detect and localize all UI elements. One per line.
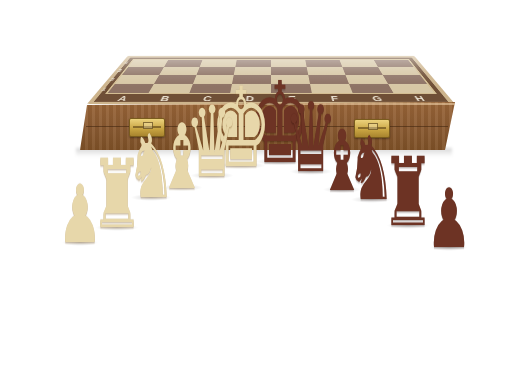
board-square [108,84,154,94]
board-square [115,75,159,84]
chess-set-product-photo: 4321 ABCDEFGH ♟♜♞♝♛♚♚♛♝♞♜♟ [0,0,512,384]
pieces-layer: ♟♜♞♝♛♚♚♛♝♞♜♟ [0,0,512,384]
board-square [154,75,196,84]
board-square [307,67,346,75]
board-square [339,60,378,67]
board-square [374,60,414,67]
piece-white-pawn: ♟ [58,175,102,255]
board-square [122,67,164,75]
file-label: G [355,95,401,102]
board-square [342,67,382,75]
file-label: B [142,95,188,102]
board-square [159,67,199,75]
file-label: H [396,95,443,102]
board-square [164,60,203,67]
board-square [383,75,427,84]
board-square [388,84,434,94]
board-square [349,84,394,94]
piece-black-pawn: ♟ [426,178,472,260]
file-label: A [99,95,146,102]
board-square [378,67,420,75]
board-square [128,60,168,67]
board-square [345,75,387,84]
